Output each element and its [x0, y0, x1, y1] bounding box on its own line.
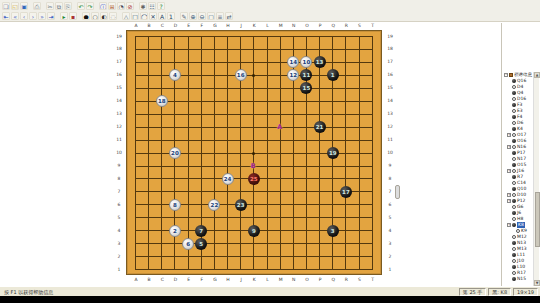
row-label-left: 12: [113, 124, 125, 129]
row-label-left: 6: [113, 202, 125, 207]
mark-triangle-icon[interactable]: △: [122, 12, 130, 20]
stone-black-13[interactable]: 13: [314, 56, 326, 68]
back-icon[interactable]: ‹: [20, 12, 28, 20]
row-label-right: 8: [384, 176, 396, 181]
white-stone-node-icon: [512, 109, 516, 113]
stone-white-6[interactable]: 6: [182, 238, 194, 250]
row-label-left: 9: [113, 163, 125, 168]
white-stone-node-icon: [512, 157, 516, 161]
col-label-bottom: C: [156, 277, 168, 282]
tree-expand-icon[interactable]: +: [507, 145, 511, 149]
col-label-top: E: [183, 23, 195, 28]
stone-black-21[interactable]: 21: [314, 121, 326, 133]
col-label-top: B: [143, 23, 155, 28]
stone-black-7[interactable]: 7: [195, 225, 207, 237]
black-stone-node-icon: [512, 199, 516, 203]
row-label-right: 7: [384, 189, 396, 194]
undo-icon[interactable]: ↶: [77, 2, 85, 10]
setup-mode-icon[interactable]: ◔: [117, 2, 125, 10]
copy-icon[interactable]: ⧉: [55, 2, 63, 10]
row-label-left: 1: [113, 267, 125, 272]
col-label-bottom: R: [340, 277, 352, 282]
status-last-move: 黑: K8: [488, 288, 511, 296]
stone-black-9[interactable]: 9: [248, 225, 260, 237]
stop-icon[interactable]: ▪: [69, 12, 77, 20]
stone-black-23[interactable]: 23: [235, 199, 247, 211]
view-icon[interactable]: ☷: [148, 2, 156, 10]
stone-white-20[interactable]: 20: [169, 147, 181, 159]
toolbar-area: ❏◱▣⎙✂⧉⎘↶↷ⓘ⊞◔⊘✱☷? ⇤«‹›»⇥▸▪●○◐◌△□◯✕A1✎⊕⊖▢≡…: [0, 0, 540, 22]
row-label-right: 13: [384, 111, 396, 116]
mark-circle-icon[interactable]: ◯: [140, 12, 148, 20]
stone-white-16[interactable]: 16: [235, 69, 247, 81]
white-stone-icon[interactable]: ○: [91, 12, 99, 20]
options-icon[interactable]: ✱: [139, 2, 147, 10]
white-stone-node-icon: [512, 133, 516, 137]
col-label-bottom: N: [288, 277, 300, 282]
mark-cross-icon[interactable]: ✕: [149, 12, 157, 20]
annotation-letter-A[interactable]: A: [277, 123, 282, 131]
black-stone-node-icon: [512, 115, 516, 119]
paste-icon[interactable]: ⎘: [64, 2, 72, 10]
col-label-top: O: [301, 23, 313, 28]
col-label-top: R: [340, 23, 352, 28]
row-label-right: 6: [384, 202, 396, 207]
row-label-left: 3: [113, 241, 125, 246]
status-board-size: 19×19: [513, 288, 538, 296]
stone-black-3[interactable]: 3: [327, 225, 339, 237]
label-letter-icon[interactable]: A: [158, 12, 166, 20]
tree-move-node-N15[interactable]: N15: [504, 276, 534, 282]
row-label-left: 7: [113, 189, 125, 194]
row-label-left: 2: [113, 254, 125, 259]
redo-icon[interactable]: ↷: [86, 2, 94, 10]
black-stone-node-icon: [512, 253, 516, 257]
multigo-window: ❏◱▣⎙✂⧉⎘↶↷ⓘ⊞◔⊘✱☷? ⇤«‹›»⇥▸▪●○◐◌△□◯✕A1✎⊕⊖▢≡…: [0, 0, 540, 296]
black-stone-node-icon: [512, 277, 516, 281]
white-stone-node-icon: [512, 169, 516, 173]
new-board-icon[interactable]: ⊞: [108, 2, 116, 10]
col-label-bottom: P: [314, 277, 326, 282]
row-label-right: 17: [384, 59, 396, 64]
row-label-left: 13: [113, 111, 125, 116]
row-label-left: 5: [113, 215, 125, 220]
col-label-bottom: H: [222, 277, 234, 282]
row-label-right: 16: [384, 72, 396, 77]
grid-line-v: [319, 36, 320, 270]
print-icon[interactable]: ⎙: [33, 2, 41, 10]
white-stone-node-icon: [512, 145, 516, 149]
col-label-bottom: L: [262, 277, 274, 282]
game-tree-panel[interactable]: −棋谱信息Q16D4Q4D16F3E3F4D6K4+O17O16+N16P17N…: [504, 72, 534, 286]
cut-icon[interactable]: ✂: [46, 2, 54, 10]
game-info-node-icon: [509, 73, 513, 77]
grid-line-v: [345, 36, 346, 270]
pass-move-icon[interactable]: ⊘: [126, 2, 134, 10]
grid-line-h: [135, 269, 373, 270]
go-first-icon[interactable]: ⇤: [2, 12, 10, 20]
annotation-letter-B[interactable]: B: [251, 162, 256, 170]
stone-black-19[interactable]: 19: [327, 147, 339, 159]
black-stone-node-icon: [512, 175, 516, 179]
col-label-top: H: [222, 23, 234, 28]
row-label-right: 2: [384, 254, 396, 259]
black-stone-node-icon: [512, 151, 516, 155]
col-label-bottom: O: [301, 277, 313, 282]
row-label-right: 14: [384, 98, 396, 103]
go-last-icon[interactable]: ⇥: [47, 12, 55, 20]
status-move-number: 第 25 手: [459, 288, 487, 296]
forward-icon[interactable]: ›: [29, 12, 37, 20]
row-label-left: 4: [113, 228, 125, 233]
zoom-out-icon[interactable]: ⊖: [198, 12, 206, 20]
scroll-up-icon[interactable]: ▲: [534, 72, 540, 78]
toolbar-navigation: ⇤«‹›»⇥▸▪●○◐◌△□◯✕A1✎⊕⊖▢≡⇄: [2, 11, 234, 20]
white-stone-node-icon: [512, 181, 516, 185]
label-number-icon[interactable]: 1: [167, 12, 175, 20]
col-label-bottom: B: [143, 277, 155, 282]
col-label-bottom: S: [354, 277, 366, 282]
grid-line-v: [359, 36, 360, 270]
grid-line-h: [135, 243, 373, 244]
col-label-top: P: [314, 23, 326, 28]
white-stone-node-icon: [512, 193, 516, 197]
back-10-icon[interactable]: «: [11, 12, 19, 20]
black-stone-node-icon: [512, 127, 516, 131]
col-label-bottom: G: [209, 277, 221, 282]
grid-line-h: [135, 191, 373, 192]
white-stone-node-icon: [512, 259, 516, 263]
tree-scrollbar[interactable]: ▲ ▼: [533, 72, 539, 286]
black-stone-node-icon: [512, 163, 516, 167]
help-icon[interactable]: ?: [157, 2, 165, 10]
black-stone-node-icon: [512, 211, 516, 215]
alternate-stone-icon[interactable]: ◐: [100, 12, 108, 20]
tree-move-label: N15: [517, 276, 526, 282]
row-label-right: 4: [384, 228, 396, 233]
mark-square-icon[interactable]: □: [131, 12, 139, 20]
stone-white-24[interactable]: 24: [222, 173, 234, 185]
row-label-right: 15: [384, 85, 396, 90]
row-label-left: 18: [113, 46, 125, 51]
col-label-bottom: K: [248, 277, 260, 282]
black-stone-node-icon: [512, 79, 516, 83]
col-label-top: T: [367, 23, 379, 28]
row-label-right: 18: [384, 46, 396, 51]
open-file-icon[interactable]: ◱: [11, 2, 19, 10]
grid-line-h: [135, 256, 373, 257]
row-label-right: 3: [384, 241, 396, 246]
row-label-right: 1: [384, 267, 396, 272]
white-stone-node-icon: [512, 85, 516, 89]
col-label-top: M: [275, 23, 287, 28]
white-stone-node-icon: [512, 235, 516, 239]
black-stone-node-icon: [512, 103, 516, 107]
white-stone-node-icon: [512, 205, 516, 209]
row-label-right: 12: [384, 124, 396, 129]
new-file-icon[interactable]: ❏: [2, 2, 10, 10]
tree-expand-icon[interactable]: +: [507, 133, 511, 137]
row-label-left: 17: [113, 59, 125, 64]
stone-black-25[interactable]: 25: [248, 173, 260, 185]
col-label-top: C: [156, 23, 168, 28]
row-label-right: 11: [384, 137, 396, 142]
col-label-top: A: [130, 23, 142, 28]
stone-black-5[interactable]: 5: [195, 238, 207, 250]
black-stone-icon[interactable]: ●: [82, 12, 90, 20]
panel-splitter[interactable]: [501, 23, 502, 286]
stone-white-18[interactable]: 18: [156, 95, 168, 107]
col-label-top: N: [288, 23, 300, 28]
col-label-bottom: T: [367, 277, 379, 282]
white-stone-node-icon: [512, 271, 516, 275]
row-label-left: 16: [113, 72, 125, 77]
tree-expand-icon[interactable]: +: [507, 193, 511, 197]
mirror-board-icon[interactable]: ⇄: [225, 12, 233, 20]
col-label-bottom: F: [196, 277, 208, 282]
col-label-bottom: D: [169, 277, 181, 282]
row-label-left: 8: [113, 176, 125, 181]
grid-line-h: [135, 217, 373, 218]
black-stone-node-icon: [512, 265, 516, 269]
grid-line-v: [372, 36, 373, 270]
row-label-right: 5: [384, 215, 396, 220]
col-label-top: J: [235, 23, 247, 28]
black-stone-node-icon: [512, 139, 516, 143]
fit-window-icon[interactable]: ▢: [207, 12, 215, 20]
row-label-left: 10: [113, 150, 125, 155]
stone-black-17[interactable]: 17: [340, 186, 352, 198]
black-stone-node-icon: [512, 187, 516, 191]
tree-view-icon[interactable]: ≡: [216, 12, 224, 20]
tree-expand-icon[interactable]: +: [507, 223, 511, 227]
col-label-top: L: [262, 23, 274, 28]
status-bar: 按 F1 以获得帮助信息 第 25 手 黑: K8 19×19: [0, 286, 540, 296]
black-stone-node-icon: [512, 91, 516, 95]
game-info-icon[interactable]: ⓘ: [99, 2, 107, 10]
white-stone-node-icon: [512, 97, 516, 101]
stone-white-8[interactable]: 8: [169, 199, 181, 211]
comment-icon[interactable]: ✎: [180, 12, 188, 20]
forward-10-icon[interactable]: »: [38, 12, 46, 20]
col-label-bottom: M: [275, 277, 287, 282]
white-stone-node-icon: [512, 217, 516, 221]
black-stone-node-icon: [512, 223, 516, 227]
col-label-top: Q: [327, 23, 339, 28]
zoom-in-icon[interactable]: ⊕: [189, 12, 197, 20]
row-label-left: 11: [113, 137, 125, 142]
tree-collapse-icon[interactable]: −: [504, 73, 508, 77]
stone-white-2[interactable]: 2: [169, 225, 181, 237]
save-icon[interactable]: ▣: [20, 2, 28, 10]
scroll-thumb[interactable]: [535, 192, 540, 247]
col-label-top: G: [209, 23, 221, 28]
white-stone-node-icon: [512, 247, 516, 251]
letterbox-bar: [0, 296, 540, 303]
col-label-top: S: [354, 23, 366, 28]
grid-line-v: [280, 36, 281, 270]
grid-line-v: [267, 36, 268, 270]
row-label-right: 19: [384, 34, 396, 39]
col-label-top: F: [196, 23, 208, 28]
black-stone-node-icon: [512, 241, 516, 245]
row-label-left: 19: [113, 34, 125, 39]
col-label-bottom: E: [183, 277, 195, 282]
row-label-right: 10: [384, 150, 396, 155]
white-stone-node-icon: [516, 229, 520, 233]
status-help-text: 按 F1 以获得帮助信息: [0, 289, 459, 295]
autoplay-icon[interactable]: ▸: [60, 12, 68, 20]
col-label-top: K: [248, 23, 260, 28]
row-label-right: 9: [384, 163, 396, 168]
tree-expand-icon[interactable]: +: [507, 199, 511, 203]
col-label-top: D: [169, 23, 181, 28]
col-label-bottom: Q: [327, 277, 339, 282]
row-label-left: 14: [113, 98, 125, 103]
col-label-bottom: A: [130, 277, 142, 282]
erase-stone-icon[interactable]: ◌: [109, 12, 117, 20]
white-stone-node-icon: [512, 121, 516, 125]
col-label-bottom: J: [235, 277, 247, 282]
tree-expand-icon[interactable]: +: [507, 169, 511, 173]
toolbar-standard: ❏◱▣⎙✂⧉⎘↶↷ⓘ⊞◔⊘✱☷?: [2, 1, 166, 10]
row-label-left: 15: [113, 85, 125, 90]
